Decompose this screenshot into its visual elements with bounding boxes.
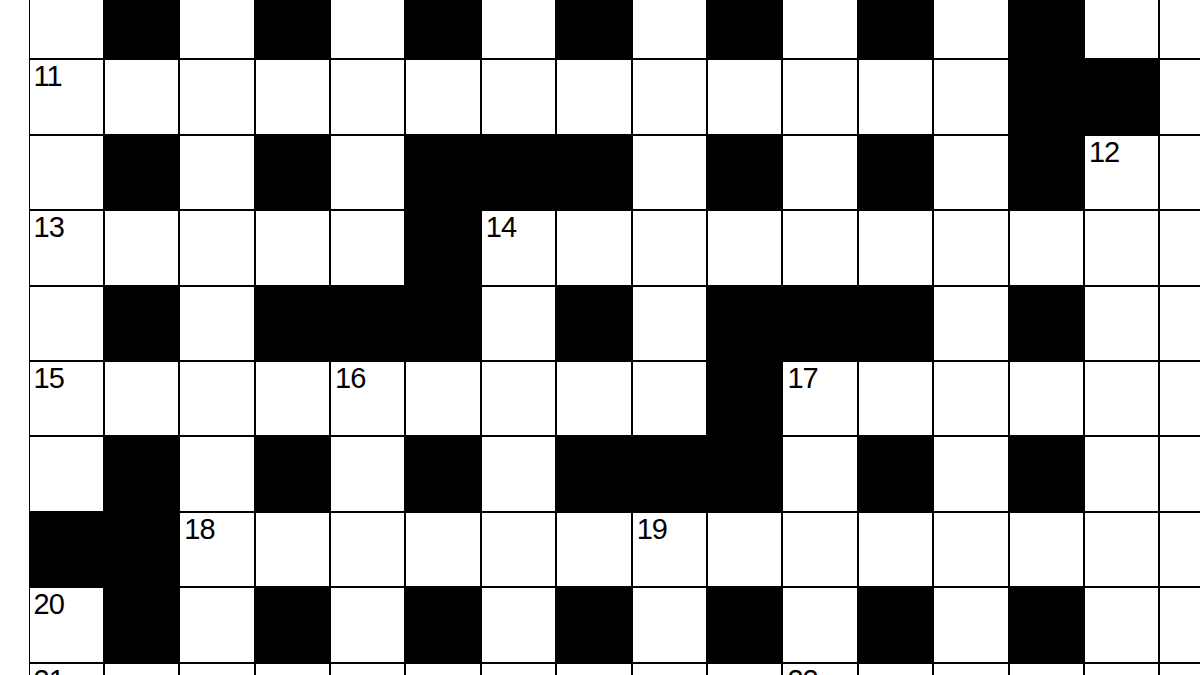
white-cell-r5-c0[interactable]: 15 bbox=[29, 361, 104, 436]
white-cell-r6-c10[interactable] bbox=[782, 436, 857, 511]
black-cell-r2-c13 bbox=[1009, 135, 1084, 210]
white-cell-r5-c3[interactable] bbox=[255, 361, 330, 436]
black-cell-r6-c7 bbox=[556, 436, 631, 511]
black-cell-r8-c3 bbox=[255, 587, 330, 662]
white-cell-r4-c6[interactable] bbox=[481, 286, 556, 361]
black-cell-r0-c5 bbox=[405, 0, 480, 59]
white-cell-r8-c4[interactable] bbox=[330, 587, 405, 662]
white-cell-r8-c10[interactable] bbox=[782, 587, 857, 662]
white-cell-r1-c3[interactable] bbox=[255, 59, 330, 134]
white-cell-r8-c12[interactable] bbox=[933, 587, 1008, 662]
black-cell-r0-c7 bbox=[556, 0, 631, 59]
white-cell-r1-c5[interactable] bbox=[405, 59, 480, 134]
white-cell-r6-c0[interactable] bbox=[29, 436, 104, 511]
black-cell-r7-c1 bbox=[104, 512, 179, 587]
white-cell-r4-c12[interactable] bbox=[933, 286, 1008, 361]
clue-number-17: 17 bbox=[787, 362, 817, 395]
white-cell-r3-c0[interactable]: 13 bbox=[29, 210, 104, 285]
white-cell-r1-c7[interactable] bbox=[556, 59, 631, 134]
white-cell-r3-c8[interactable] bbox=[632, 210, 707, 285]
white-cell-r7-c9[interactable] bbox=[707, 512, 782, 587]
black-cell-r2-c9 bbox=[707, 135, 782, 210]
white-cell-r3-c14[interactable] bbox=[1084, 210, 1159, 285]
black-cell-r4-c4 bbox=[330, 286, 405, 361]
white-cell-r8-c6[interactable] bbox=[481, 587, 556, 662]
black-cell-r4-c10 bbox=[782, 286, 857, 361]
black-cell-r0-c11 bbox=[858, 0, 933, 59]
black-cell-r2-c3 bbox=[255, 135, 330, 210]
black-cell-r4-c11 bbox=[858, 286, 933, 361]
white-cell-r8-c15[interactable] bbox=[1159, 587, 1200, 662]
white-cell-r0-c14[interactable] bbox=[1084, 0, 1159, 59]
white-cell-r7-c12[interactable] bbox=[933, 512, 1008, 587]
white-cell-r9-c12[interactable] bbox=[933, 663, 1008, 675]
white-cell-r2-c12[interactable] bbox=[933, 135, 1008, 210]
white-cell-r7-c7[interactable] bbox=[556, 512, 631, 587]
white-cell-r1-c12[interactable] bbox=[933, 59, 1008, 134]
white-cell-r5-c4[interactable]: 16 bbox=[330, 361, 405, 436]
white-cell-r3-c7[interactable] bbox=[556, 210, 631, 285]
white-cell-r2-c10[interactable] bbox=[782, 135, 857, 210]
white-cell-r1-c9[interactable] bbox=[707, 59, 782, 134]
black-cell-r4-c3 bbox=[255, 286, 330, 361]
white-cell-r6-c15[interactable] bbox=[1159, 436, 1200, 511]
black-cell-r0-c9 bbox=[707, 0, 782, 59]
black-cell-r1-c13 bbox=[1009, 59, 1084, 134]
white-cell-r9-c4[interactable] bbox=[330, 663, 405, 675]
white-cell-r8-c2[interactable] bbox=[179, 587, 254, 662]
black-cell-r6-c13 bbox=[1009, 436, 1084, 511]
white-cell-r5-c1[interactable] bbox=[104, 361, 179, 436]
clue-number-14: 14 bbox=[486, 211, 516, 244]
black-cell-r4-c1 bbox=[104, 286, 179, 361]
white-cell-r6-c14[interactable] bbox=[1084, 436, 1159, 511]
white-cell-r0-c4[interactable] bbox=[330, 0, 405, 59]
black-cell-r8-c13 bbox=[1009, 587, 1084, 662]
white-cell-r5-c7[interactable] bbox=[556, 361, 631, 436]
white-cell-r7-c5[interactable] bbox=[405, 512, 480, 587]
white-cell-r7-c14[interactable] bbox=[1084, 512, 1159, 587]
black-cell-r3-c5 bbox=[405, 210, 480, 285]
white-cell-r5-c14[interactable] bbox=[1084, 361, 1159, 436]
black-cell-r1-c14 bbox=[1084, 59, 1159, 134]
white-cell-r3-c1[interactable] bbox=[104, 210, 179, 285]
white-cell-r3-c6[interactable]: 14 bbox=[481, 210, 556, 285]
black-cell-r7-c0 bbox=[29, 512, 104, 587]
white-cell-r6-c12[interactable] bbox=[933, 436, 1008, 511]
white-cell-r5-c10[interactable]: 17 bbox=[782, 361, 857, 436]
white-cell-r7-c2[interactable]: 18 bbox=[179, 512, 254, 587]
white-cell-r6-c6[interactable] bbox=[481, 436, 556, 511]
white-cell-r5-c13[interactable] bbox=[1009, 361, 1084, 436]
crossword-grid: 111213141516171819202122 bbox=[29, 0, 1200, 675]
white-cell-r4-c8[interactable] bbox=[632, 286, 707, 361]
white-cell-r3-c2[interactable] bbox=[179, 210, 254, 285]
black-cell-r2-c5 bbox=[405, 135, 480, 210]
black-cell-r2-c11 bbox=[858, 135, 933, 210]
black-cell-r8-c7 bbox=[556, 587, 631, 662]
white-cell-r9-c11[interactable] bbox=[858, 663, 933, 675]
black-cell-r8-c11 bbox=[858, 587, 933, 662]
black-cell-r6-c5 bbox=[405, 436, 480, 511]
clue-number-18: 18 bbox=[184, 513, 214, 546]
black-cell-r6-c1 bbox=[104, 436, 179, 511]
black-cell-r2-c6 bbox=[481, 135, 556, 210]
white-cell-r5-c5[interactable] bbox=[405, 361, 480, 436]
white-cell-r2-c14[interactable]: 12 bbox=[1084, 135, 1159, 210]
white-cell-r3-c10[interactable] bbox=[782, 210, 857, 285]
white-cell-r7-c15[interactable] bbox=[1159, 512, 1200, 587]
white-cell-r4-c15[interactable] bbox=[1159, 286, 1200, 361]
black-cell-r0-c1 bbox=[104, 0, 179, 59]
white-cell-r3-c11[interactable] bbox=[858, 210, 933, 285]
white-cell-r4-c2[interactable] bbox=[179, 286, 254, 361]
white-cell-r9-c10[interactable]: 22 bbox=[782, 663, 857, 675]
white-cell-r1-c8[interactable] bbox=[632, 59, 707, 134]
black-cell-r6-c9 bbox=[707, 436, 782, 511]
black-cell-r8-c9 bbox=[707, 587, 782, 662]
black-cell-r8-c1 bbox=[104, 587, 179, 662]
clue-number-19: 19 bbox=[637, 513, 667, 546]
white-cell-r0-c8[interactable] bbox=[632, 0, 707, 59]
white-cell-r8-c8[interactable] bbox=[632, 587, 707, 662]
white-cell-r9-c15[interactable] bbox=[1159, 663, 1200, 675]
white-cell-r1-c11[interactable] bbox=[858, 59, 933, 134]
white-cell-r5-c8[interactable] bbox=[632, 361, 707, 436]
black-cell-r0-c3 bbox=[255, 0, 330, 59]
black-cell-r8-c5 bbox=[405, 587, 480, 662]
black-cell-r6-c8 bbox=[632, 436, 707, 511]
white-cell-r2-c4[interactable] bbox=[330, 135, 405, 210]
white-cell-r7-c13[interactable] bbox=[1009, 512, 1084, 587]
white-cell-r3-c4[interactable] bbox=[330, 210, 405, 285]
white-cell-r4-c0[interactable] bbox=[29, 286, 104, 361]
black-cell-r4-c9 bbox=[707, 286, 782, 361]
white-cell-r1-c2[interactable] bbox=[179, 59, 254, 134]
white-cell-r9-c5[interactable] bbox=[405, 663, 480, 675]
white-cell-r1-c10[interactable] bbox=[782, 59, 857, 134]
black-cell-r4-c7 bbox=[556, 286, 631, 361]
white-cell-r3-c15[interactable] bbox=[1159, 210, 1200, 285]
clue-number-20: 20 bbox=[34, 588, 64, 621]
white-cell-r0-c10[interactable] bbox=[782, 0, 857, 59]
white-cell-r7-c6[interactable] bbox=[481, 512, 556, 587]
white-cell-r5-c12[interactable] bbox=[933, 361, 1008, 436]
white-cell-r0-c0[interactable] bbox=[29, 0, 104, 59]
white-cell-r7-c4[interactable] bbox=[330, 512, 405, 587]
clue-number-16: 16 bbox=[335, 362, 365, 395]
black-cell-r6-c11 bbox=[858, 436, 933, 511]
black-cell-r0-c13 bbox=[1009, 0, 1084, 59]
white-cell-r4-c14[interactable] bbox=[1084, 286, 1159, 361]
white-cell-r5-c15[interactable] bbox=[1159, 361, 1200, 436]
white-cell-r0-c12[interactable] bbox=[933, 0, 1008, 59]
white-cell-r9-c14[interactable] bbox=[1084, 663, 1159, 675]
black-cell-r2-c7 bbox=[556, 135, 631, 210]
white-cell-r1-c15[interactable] bbox=[1159, 59, 1200, 134]
clue-number-21: 21 bbox=[34, 664, 64, 675]
white-cell-r2-c8[interactable] bbox=[632, 135, 707, 210]
white-cell-r0-c2[interactable] bbox=[179, 0, 254, 59]
black-cell-r6-c3 bbox=[255, 436, 330, 511]
white-cell-r8-c14[interactable] bbox=[1084, 587, 1159, 662]
white-cell-r9-c7[interactable] bbox=[556, 663, 631, 675]
black-cell-r4-c13 bbox=[1009, 286, 1084, 361]
white-cell-r9-c9[interactable] bbox=[707, 663, 782, 675]
white-cell-r5-c6[interactable] bbox=[481, 361, 556, 436]
white-cell-r0-c6[interactable] bbox=[481, 0, 556, 59]
white-cell-r5-c2[interactable] bbox=[179, 361, 254, 436]
white-cell-r1-c1[interactable] bbox=[104, 59, 179, 134]
white-cell-r3-c9[interactable] bbox=[707, 210, 782, 285]
white-cell-r0-c15[interactable] bbox=[1159, 0, 1200, 59]
white-cell-r9-c0[interactable]: 21 bbox=[29, 663, 104, 675]
white-cell-r9-c13[interactable] bbox=[1009, 663, 1084, 675]
white-cell-r6-c4[interactable] bbox=[330, 436, 405, 511]
white-cell-r9-c3[interactable] bbox=[255, 663, 330, 675]
black-cell-r4-c5 bbox=[405, 286, 480, 361]
white-cell-r6-c2[interactable] bbox=[179, 436, 254, 511]
white-cell-r5-c11[interactable] bbox=[858, 361, 933, 436]
white-cell-r9-c2[interactable] bbox=[179, 663, 254, 675]
white-cell-r9-c1[interactable] bbox=[104, 663, 179, 675]
white-cell-r9-c6[interactable] bbox=[481, 663, 556, 675]
white-cell-r9-c8[interactable] bbox=[632, 663, 707, 675]
white-cell-r7-c8[interactable]: 19 bbox=[632, 512, 707, 587]
clue-number-11: 11 bbox=[34, 60, 62, 93]
white-cell-r1-c0[interactable]: 11 bbox=[29, 59, 104, 134]
white-cell-r3-c3[interactable] bbox=[255, 210, 330, 285]
white-cell-r3-c13[interactable] bbox=[1009, 210, 1084, 285]
clue-number-13: 13 bbox=[34, 211, 64, 244]
white-cell-r1-c6[interactable] bbox=[481, 59, 556, 134]
black-cell-r5-c9 bbox=[707, 361, 782, 436]
white-cell-r2-c2[interactable] bbox=[179, 135, 254, 210]
black-cell-r2-c1 bbox=[104, 135, 179, 210]
white-cell-r7-c11[interactable] bbox=[858, 512, 933, 587]
white-cell-r2-c0[interactable] bbox=[29, 135, 104, 210]
white-cell-r7-c3[interactable] bbox=[255, 512, 330, 587]
clue-number-12: 12 bbox=[1089, 136, 1119, 169]
white-cell-r2-c15[interactable] bbox=[1159, 135, 1200, 210]
clue-number-22: 22 bbox=[787, 664, 817, 675]
white-cell-r3-c12[interactable] bbox=[933, 210, 1008, 285]
white-cell-r8-c0[interactable]: 20 bbox=[29, 587, 104, 662]
clue-number-15: 15 bbox=[34, 362, 64, 395]
white-cell-r7-c10[interactable] bbox=[782, 512, 857, 587]
white-cell-r1-c4[interactable] bbox=[330, 59, 405, 134]
